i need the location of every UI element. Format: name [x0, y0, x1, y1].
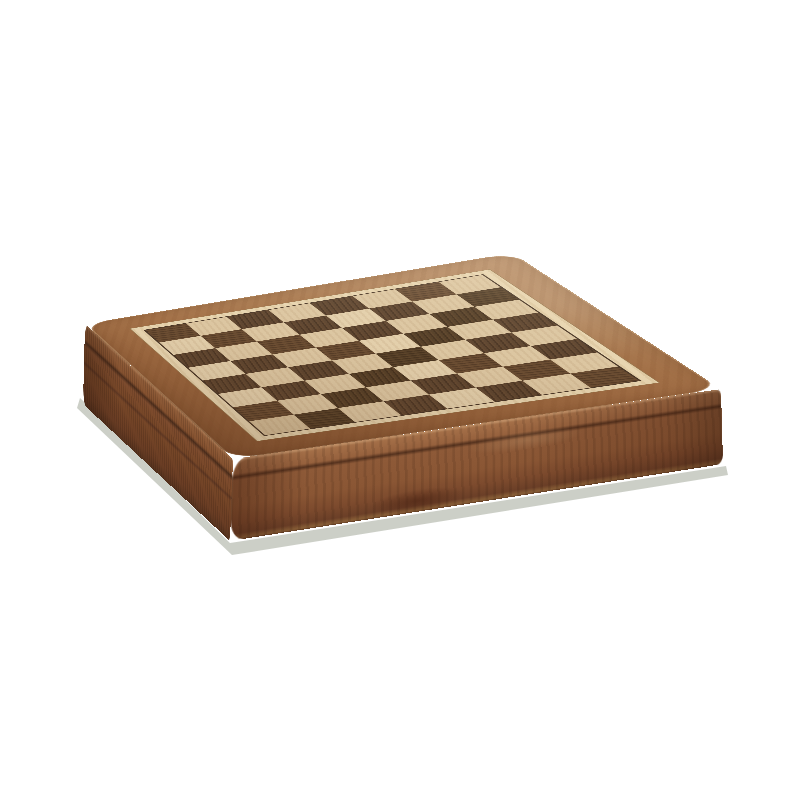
- photo-background: [0, 0, 800, 800]
